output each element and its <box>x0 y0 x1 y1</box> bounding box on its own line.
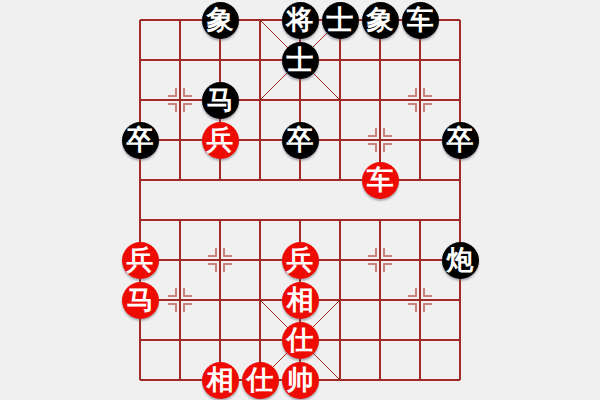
piece-red-general[interactable]: 帅 <box>282 362 319 399</box>
piece-black-elephant[interactable]: 象 <box>202 2 239 39</box>
piece-red-horse[interactable]: 马 <box>122 282 159 319</box>
piece-black-horse[interactable]: 马 <box>202 82 239 119</box>
piece-black-advisor[interactable]: 士 <box>322 2 359 39</box>
xiangqi-board: 象将士象车士马卒兵卒卒车兵兵炮马相仕相仕帅 <box>0 0 600 400</box>
piece-black-elephant[interactable]: 象 <box>362 2 399 39</box>
piece-black-general[interactable]: 将 <box>282 2 319 39</box>
piece-red-advisor[interactable]: 仕 <box>282 322 319 359</box>
piece-black-pawn[interactable]: 卒 <box>122 122 159 159</box>
piece-black-chariot[interactable]: 车 <box>402 2 439 39</box>
piece-red-elephant[interactable]: 相 <box>282 282 319 319</box>
piece-black-pawn[interactable]: 卒 <box>442 122 479 159</box>
piece-red-elephant[interactable]: 相 <box>202 362 239 399</box>
piece-black-advisor[interactable]: 士 <box>282 42 319 79</box>
piece-red-advisor[interactable]: 仕 <box>242 362 279 399</box>
piece-layer: 象将士象车士马卒兵卒卒车兵兵炮马相仕相仕帅 <box>120 0 480 400</box>
piece-red-pawn[interactable]: 兵 <box>282 242 319 279</box>
piece-red-chariot[interactable]: 车 <box>362 162 399 199</box>
piece-black-pawn[interactable]: 卒 <box>282 122 319 159</box>
piece-red-pawn[interactable]: 兵 <box>122 242 159 279</box>
piece-red-pawn[interactable]: 兵 <box>202 122 239 159</box>
piece-black-cannon[interactable]: 炮 <box>442 242 479 279</box>
